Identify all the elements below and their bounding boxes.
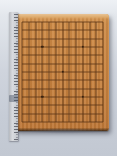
grid-line-horizontal: [22, 105, 103, 106]
grid-line-vertical: [69, 22, 70, 122]
grid-line-horizontal: [22, 113, 103, 114]
board-shadow: [18, 128, 111, 134]
ruler-smudge: [9, 95, 18, 102]
grid-line-horizontal: [22, 80, 103, 81]
go-board: [16, 14, 109, 131]
photo-scene: [0, 0, 117, 156]
board-top-rim: [16, 14, 109, 19]
grid-line-horizontal: [22, 88, 103, 89]
grid-line-vertical: [76, 22, 77, 122]
grid-line-horizontal: [22, 122, 103, 123]
ruler-ticks: [14, 14, 18, 140]
grid-line-vertical: [82, 22, 83, 122]
grid-line-horizontal: [22, 97, 103, 98]
grid-line-vertical: [96, 22, 97, 122]
ruler: [9, 12, 18, 141]
grid-line-vertical: [103, 22, 104, 122]
grid-line-vertical: [89, 22, 90, 122]
board-grid: [22, 22, 103, 122]
